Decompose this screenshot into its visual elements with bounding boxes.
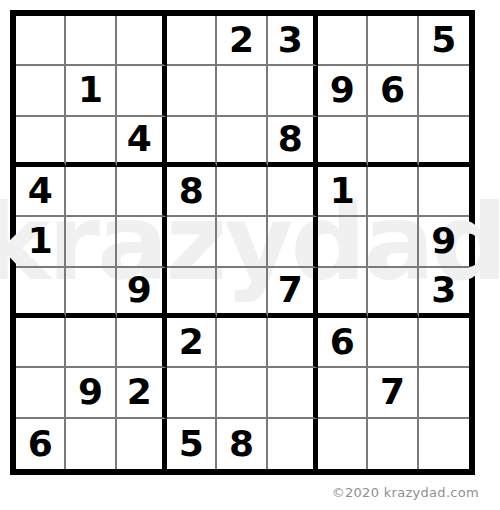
cell-r1c9[interactable]: 5 xyxy=(419,16,469,66)
cell-r4c5[interactable] xyxy=(217,167,267,217)
cell-r7c5[interactable] xyxy=(217,318,267,368)
cell-r6c8[interactable] xyxy=(368,268,418,318)
cell-r8c4[interactable] xyxy=(167,368,217,418)
cell-r3c5[interactable] xyxy=(217,117,267,167)
cell-r3c9[interactable] xyxy=(419,117,469,167)
cell-r3c1[interactable] xyxy=(16,117,66,167)
cell-r7c6[interactable] xyxy=(268,318,318,368)
cell-r2c8[interactable]: 6 xyxy=(368,66,418,116)
cell-r8c8[interactable]: 7 xyxy=(368,368,418,418)
cell-r7c3[interactable] xyxy=(117,318,167,368)
cell-r5c6[interactable] xyxy=(268,217,318,267)
cell-r6c6[interactable]: 7 xyxy=(268,268,318,318)
cell-r1c7[interactable] xyxy=(318,16,368,66)
cell-r6c3[interactable]: 9 xyxy=(117,268,167,318)
cell-r2c7[interactable]: 9 xyxy=(318,66,368,116)
cell-r5c5[interactable] xyxy=(217,217,267,267)
cell-r4c6[interactable] xyxy=(268,167,318,217)
page: krazydad 235196484811997326927658 ©2020 … xyxy=(0,0,500,510)
cell-r1c6[interactable]: 3 xyxy=(268,16,318,66)
cell-r2c1[interactable] xyxy=(16,66,66,116)
cell-r9c2[interactable] xyxy=(66,419,116,469)
cell-r2c2[interactable]: 1 xyxy=(66,66,116,116)
cell-r7c9[interactable] xyxy=(419,318,469,368)
cell-r7c8[interactable] xyxy=(368,318,418,368)
cell-r1c1[interactable] xyxy=(16,16,66,66)
cell-r9c4[interactable]: 5 xyxy=(167,419,217,469)
cell-r3c3[interactable]: 4 xyxy=(117,117,167,167)
sudoku-grid: 235196484811997326927658 xyxy=(16,16,469,469)
cell-r1c2[interactable] xyxy=(66,16,116,66)
cell-r6c9[interactable]: 3 xyxy=(419,268,469,318)
cell-r4c8[interactable] xyxy=(368,167,418,217)
cell-r6c1[interactable] xyxy=(16,268,66,318)
cell-r8c9[interactable] xyxy=(419,368,469,418)
cell-r4c1[interactable]: 4 xyxy=(16,167,66,217)
cell-r9c3[interactable] xyxy=(117,419,167,469)
cell-r3c4[interactable] xyxy=(167,117,217,167)
cell-r1c4[interactable] xyxy=(167,16,217,66)
cell-r2c4[interactable] xyxy=(167,66,217,116)
cell-r8c6[interactable] xyxy=(268,368,318,418)
cell-r5c1[interactable]: 1 xyxy=(16,217,66,267)
cell-r6c7[interactable] xyxy=(318,268,368,318)
cell-r6c5[interactable] xyxy=(217,268,267,318)
cell-r6c4[interactable] xyxy=(167,268,217,318)
cell-r9c6[interactable] xyxy=(268,419,318,469)
cell-r3c6[interactable]: 8 xyxy=(268,117,318,167)
cell-r8c2[interactable]: 9 xyxy=(66,368,116,418)
cell-r5c8[interactable] xyxy=(368,217,418,267)
cell-r6c2[interactable] xyxy=(66,268,116,318)
cell-r9c5[interactable]: 8 xyxy=(217,419,267,469)
cell-r8c5[interactable] xyxy=(217,368,267,418)
cell-r4c9[interactable] xyxy=(419,167,469,217)
cell-r4c2[interactable] xyxy=(66,167,116,217)
cell-r5c7[interactable] xyxy=(318,217,368,267)
cell-r3c8[interactable] xyxy=(368,117,418,167)
cell-r4c7[interactable]: 1 xyxy=(318,167,368,217)
cell-r8c3[interactable]: 2 xyxy=(117,368,167,418)
cell-r2c5[interactable] xyxy=(217,66,267,116)
cell-r2c9[interactable] xyxy=(419,66,469,116)
cell-r8c1[interactable] xyxy=(16,368,66,418)
sudoku-board: krazydad 235196484811997326927658 xyxy=(10,10,475,475)
copyright-text: ©2020 krazydad.com xyxy=(332,485,479,500)
cell-r2c3[interactable] xyxy=(117,66,167,116)
cell-r7c7[interactable]: 6 xyxy=(318,318,368,368)
cell-r1c3[interactable] xyxy=(117,16,167,66)
cell-r4c4[interactable]: 8 xyxy=(167,167,217,217)
cell-r7c2[interactable] xyxy=(66,318,116,368)
cell-r4c3[interactable] xyxy=(117,167,167,217)
cell-r2c6[interactable] xyxy=(268,66,318,116)
cell-r5c4[interactable] xyxy=(167,217,217,267)
cell-r5c9[interactable]: 9 xyxy=(419,217,469,267)
cell-r9c7[interactable] xyxy=(318,419,368,469)
cell-r3c2[interactable] xyxy=(66,117,116,167)
cell-r8c7[interactable] xyxy=(318,368,368,418)
cell-r7c1[interactable] xyxy=(16,318,66,368)
cell-r9c1[interactable]: 6 xyxy=(16,419,66,469)
cell-r3c7[interactable] xyxy=(318,117,368,167)
cell-r1c5[interactable]: 2 xyxy=(217,16,267,66)
cell-r7c4[interactable]: 2 xyxy=(167,318,217,368)
cell-r5c2[interactable] xyxy=(66,217,116,267)
cell-r5c3[interactable] xyxy=(117,217,167,267)
cell-r1c8[interactable] xyxy=(368,16,418,66)
cell-r9c9[interactable] xyxy=(419,419,469,469)
cell-r9c8[interactable] xyxy=(368,419,418,469)
